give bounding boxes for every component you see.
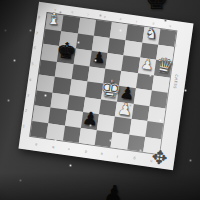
file-label-top-g: g bbox=[153, 22, 155, 25]
file-label-top-d: d bbox=[103, 15, 105, 18]
file-label-top-h: h bbox=[169, 24, 171, 27]
rank-label-8: 8 bbox=[38, 16, 41, 20]
file-label-bottom-f: f bbox=[117, 154, 119, 158]
photo-scene: ♝♞♚♟♟♛♚♟♟♟ 87654321aabbccddeeffgghh CHES… bbox=[0, 0, 200, 200]
chess-board-grid bbox=[29, 12, 177, 155]
brand-emblem-icon: ✥ bbox=[147, 145, 172, 170]
off-board-piece-bottom: ♟ bbox=[103, 182, 126, 200]
file-label-bottom-g: g bbox=[133, 156, 136, 160]
file-label-bottom-e: e bbox=[101, 152, 104, 156]
off-board-piece-top: ♚ bbox=[145, 0, 168, 13]
file-label-bottom-b: b bbox=[52, 145, 55, 149]
file-label-top-b: b bbox=[71, 10, 73, 13]
rank-label-2: 2 bbox=[24, 109, 27, 113]
brand-text: CHESS bbox=[172, 74, 178, 89]
file-label-bottom-c: c bbox=[68, 147, 70, 151]
chess-board-sheet: ♝♞♚♟♟♛♚♟♟♟ 87654321aabbccddeeffgghh CHES… bbox=[18, 2, 193, 170]
rank-label-4: 4 bbox=[29, 78, 32, 82]
rank-label-6: 6 bbox=[33, 47, 36, 51]
file-label-top-c: c bbox=[87, 13, 89, 16]
file-label-top-e: e bbox=[120, 17, 122, 20]
file-label-top-f: f bbox=[136, 20, 137, 23]
file-label-bottom-a: a bbox=[35, 143, 38, 147]
file-label-top-a: a bbox=[54, 8, 56, 11]
rank-label-7: 7 bbox=[35, 31, 38, 35]
file-label-bottom-d: d bbox=[84, 149, 87, 153]
rank-label-5: 5 bbox=[31, 63, 34, 67]
rank-label-3: 3 bbox=[27, 94, 30, 98]
rank-label-1: 1 bbox=[22, 125, 25, 129]
dust-speckles bbox=[0, 0, 1, 1]
